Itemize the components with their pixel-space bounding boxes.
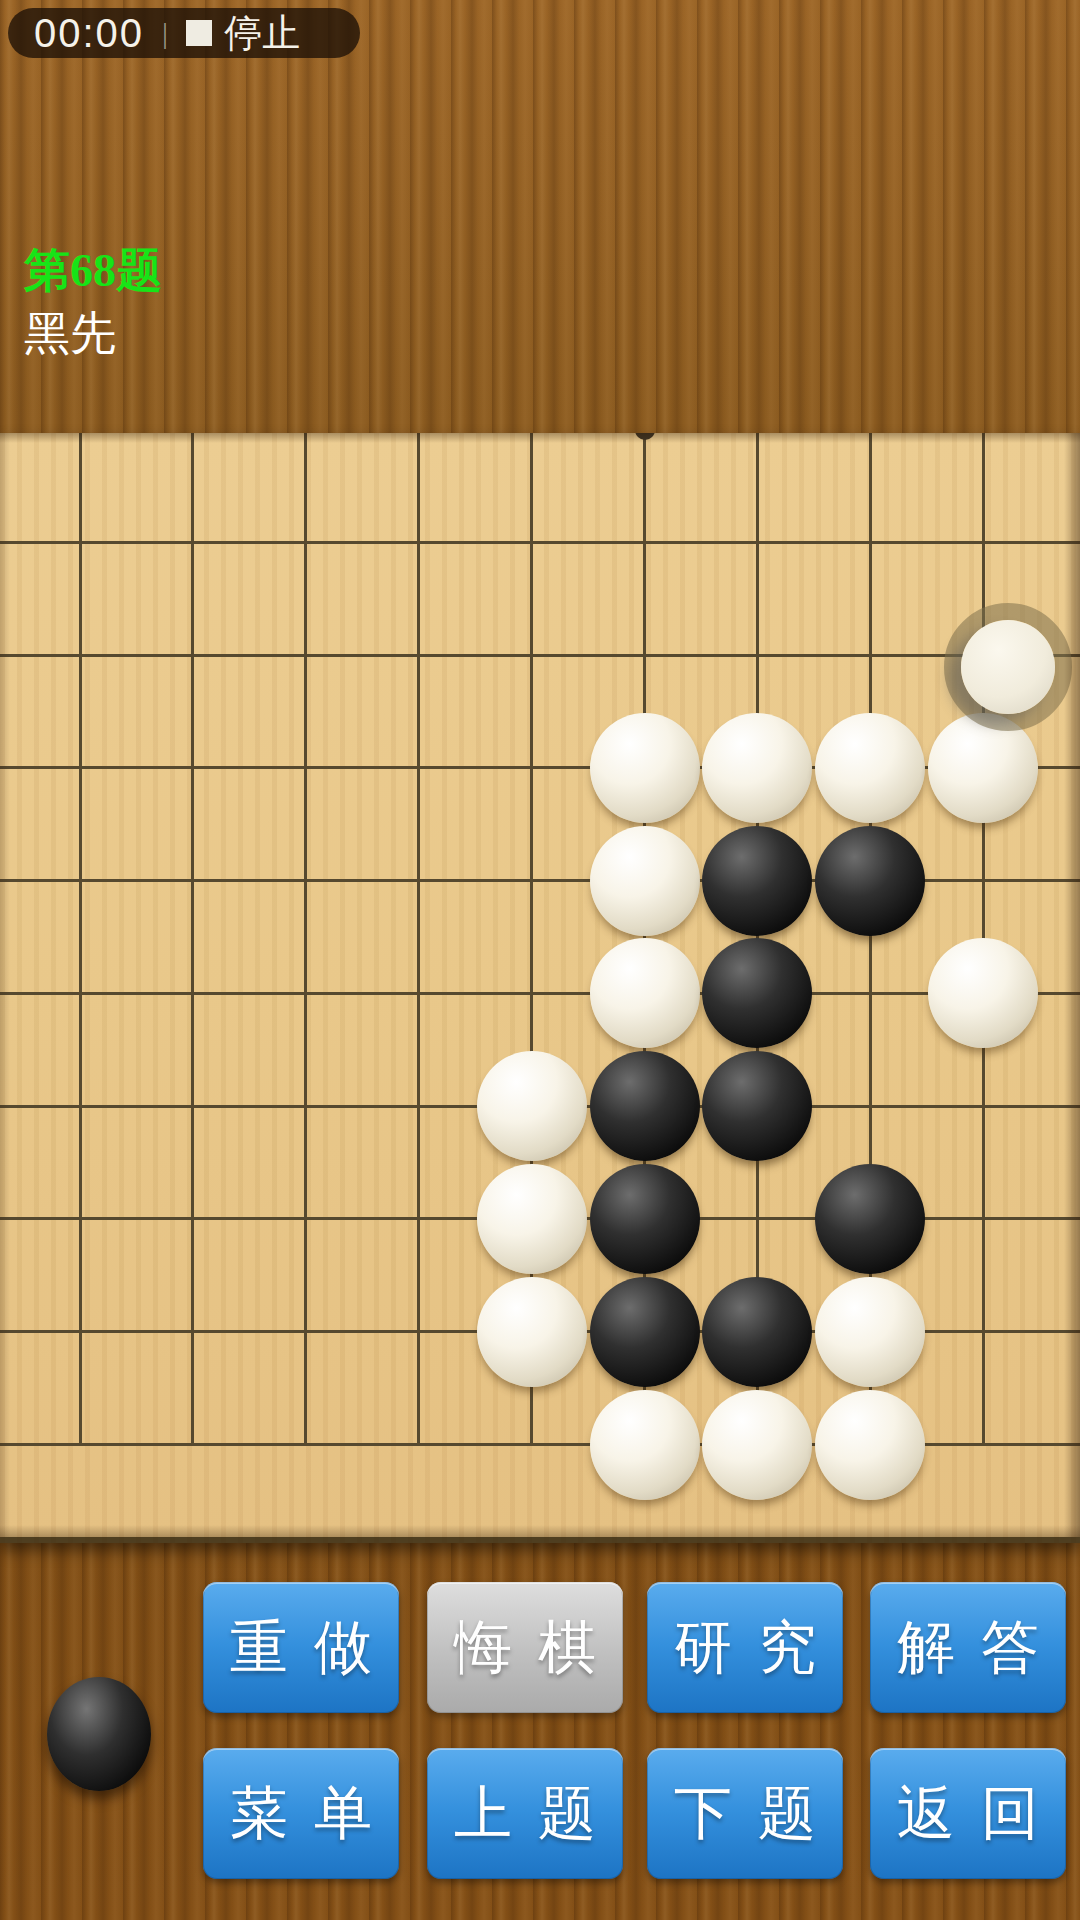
black-stone	[702, 826, 812, 936]
black-stone	[590, 1051, 700, 1161]
button-label-char: 棋	[538, 1609, 596, 1687]
white-stone	[590, 1390, 700, 1500]
button-悔棋[interactable]: 悔棋	[427, 1582, 623, 1713]
button-菜单[interactable]: 菜单	[203, 1748, 399, 1879]
button-label-char: 做	[314, 1609, 372, 1687]
go-board[interactable]	[0, 433, 1080, 1543]
button-label-char: 回	[981, 1775, 1039, 1853]
star-point	[635, 433, 655, 440]
white-stone	[815, 713, 925, 823]
separator: |	[162, 16, 168, 50]
button-label-char: 题	[758, 1775, 816, 1853]
app-screen: 00:00 | 停止 第68题 黑先 重做悔棋研究解答菜单上题下题返回	[0, 0, 1080, 1920]
button-label-char: 解	[897, 1609, 955, 1687]
white-stone	[702, 1390, 812, 1500]
white-stone	[590, 826, 700, 936]
button-重做[interactable]: 重做	[203, 1582, 399, 1713]
black-to-move-indicator-stone	[47, 1677, 151, 1791]
black-stone	[815, 1164, 925, 1274]
white-stone	[477, 1164, 587, 1274]
button-研究[interactable]: 研究	[647, 1582, 843, 1713]
black-stone	[702, 1051, 812, 1161]
stop-button[interactable]: 停止	[186, 8, 300, 59]
timer-value: 00:00	[34, 11, 144, 56]
button-label-char: 究	[758, 1609, 816, 1687]
grid-vline	[79, 433, 82, 1446]
button-返回[interactable]: 返回	[870, 1748, 1066, 1879]
turn-label: 黑先	[24, 303, 116, 365]
button-label-char: 下	[674, 1775, 732, 1853]
grid-vline	[191, 433, 194, 1446]
stop-label: 停止	[224, 8, 300, 59]
grid-hline	[0, 654, 1080, 657]
black-stone	[590, 1277, 700, 1387]
white-stone	[815, 1277, 925, 1387]
button-解答[interactable]: 解答	[870, 1582, 1066, 1713]
white-stone	[815, 1390, 925, 1500]
button-label-char: 研	[674, 1609, 732, 1687]
button-label-char: 题	[538, 1775, 596, 1853]
white-stone	[928, 938, 1038, 1048]
grid-vline	[417, 433, 420, 1446]
black-stone	[815, 826, 925, 936]
grid-vline	[304, 433, 307, 1446]
button-下题[interactable]: 下题	[647, 1748, 843, 1879]
white-stone	[702, 713, 812, 823]
button-label-char: 答	[981, 1609, 1039, 1687]
black-stone	[702, 938, 812, 1048]
white-stone	[590, 713, 700, 823]
button-label-char: 返	[897, 1775, 955, 1853]
problem-number: 第68题	[24, 240, 162, 302]
button-上题[interactable]: 上题	[427, 1748, 623, 1879]
white-stone	[477, 1277, 587, 1387]
black-stone	[702, 1277, 812, 1387]
button-label-char: 上	[454, 1775, 512, 1853]
grid-hline	[0, 992, 1080, 995]
timer-pill: 00:00 | 停止	[8, 8, 360, 58]
white-stone	[477, 1051, 587, 1161]
stop-square-icon	[186, 20, 212, 46]
button-label-char: 重	[230, 1609, 288, 1687]
white-stone	[590, 938, 700, 1048]
button-label-char: 菜	[230, 1775, 288, 1853]
button-label-char: 悔	[454, 1609, 512, 1687]
button-label-char: 单	[314, 1775, 372, 1853]
ghost-white-stone	[961, 620, 1055, 714]
grid-hline	[0, 541, 1080, 544]
black-stone	[590, 1164, 700, 1274]
